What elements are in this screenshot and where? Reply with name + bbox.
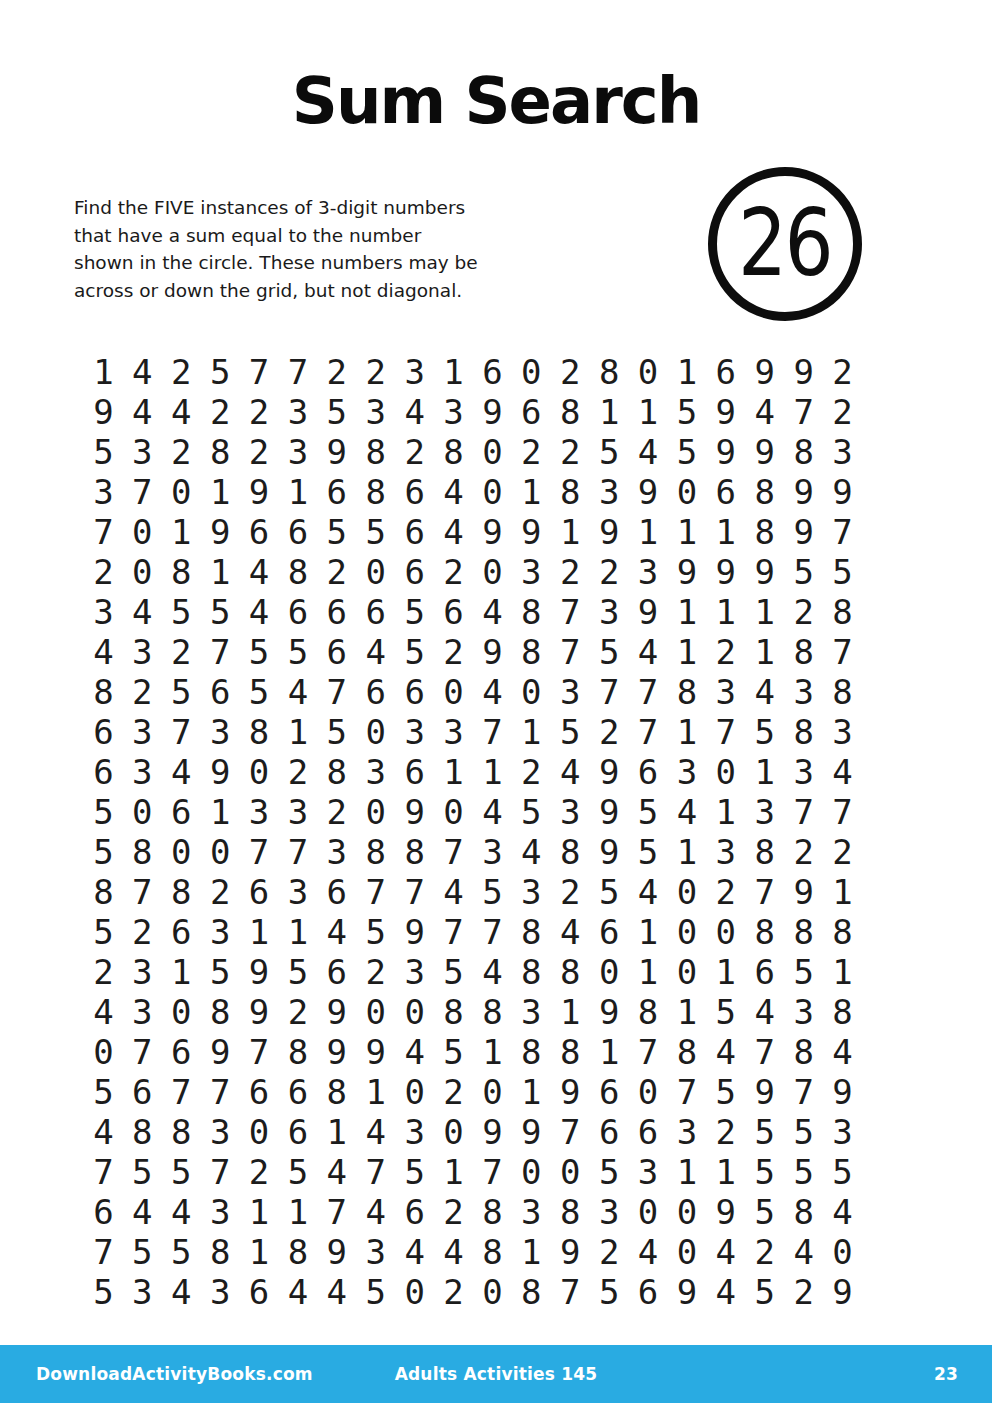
- grid-cell[interactable]: 8: [317, 752, 356, 792]
- grid-cell[interactable]: 4: [240, 552, 279, 592]
- grid-cell[interactable]: 8: [240, 712, 279, 752]
- grid-cell[interactable]: 2: [551, 872, 590, 912]
- grid-cell[interactable]: 6: [162, 792, 201, 832]
- grid-cell[interactable]: 0: [512, 1152, 551, 1192]
- grid-cell[interactable]: 1: [279, 912, 318, 952]
- grid-cell[interactable]: 5: [84, 792, 123, 832]
- grid-cell[interactable]: 5: [395, 592, 434, 632]
- grid-cell[interactable]: 3: [706, 832, 745, 872]
- grid-cell[interactable]: 9: [745, 432, 784, 472]
- grid-cell[interactable]: 0: [473, 1072, 512, 1112]
- grid-cell[interactable]: 6: [473, 352, 512, 392]
- grid-cell[interactable]: 8: [784, 432, 823, 472]
- grid-cell[interactable]: 4: [434, 512, 473, 552]
- grid-cell[interactable]: 0: [240, 752, 279, 792]
- grid-cell[interactable]: 1: [240, 912, 279, 952]
- grid-cell[interactable]: 7: [551, 592, 590, 632]
- grid-cell[interactable]: 4: [162, 392, 201, 432]
- grid-cell[interactable]: 9: [317, 1032, 356, 1072]
- grid-cell[interactable]: 0: [473, 432, 512, 472]
- grid-cell[interactable]: 4: [279, 672, 318, 712]
- grid-cell[interactable]: 4: [823, 752, 862, 792]
- grid-cell[interactable]: 0: [395, 992, 434, 1032]
- grid-cell[interactable]: 8: [84, 872, 123, 912]
- grid-cell[interactable]: 8: [745, 912, 784, 952]
- grid-cell[interactable]: 9: [240, 992, 279, 1032]
- grid-cell[interactable]: 2: [434, 1192, 473, 1232]
- grid-cell[interactable]: 9: [668, 1272, 707, 1312]
- grid-cell[interactable]: 4: [123, 1192, 162, 1232]
- grid-cell[interactable]: 9: [473, 512, 512, 552]
- grid-cell[interactable]: 0: [551, 1152, 590, 1192]
- grid-cell[interactable]: 8: [356, 472, 395, 512]
- grid-cell[interactable]: 6: [629, 1112, 668, 1152]
- grid-cell[interactable]: 7: [629, 672, 668, 712]
- grid-cell[interactable]: 1: [512, 1072, 551, 1112]
- grid-cell[interactable]: 2: [434, 632, 473, 672]
- grid-cell[interactable]: 1: [84, 352, 123, 392]
- grid-cell[interactable]: 1: [668, 592, 707, 632]
- grid-cell[interactable]: 1: [240, 1232, 279, 1272]
- grid-cell[interactable]: 0: [434, 672, 473, 712]
- grid-cell[interactable]: 8: [201, 432, 240, 472]
- grid-cell[interactable]: 9: [590, 752, 629, 792]
- grid-cell[interactable]: 6: [317, 472, 356, 512]
- grid-cell[interactable]: 8: [784, 1192, 823, 1232]
- grid-cell[interactable]: 2: [201, 872, 240, 912]
- grid-cell[interactable]: 7: [201, 1072, 240, 1112]
- grid-cell[interactable]: 5: [356, 912, 395, 952]
- grid-cell[interactable]: 5: [784, 1152, 823, 1192]
- grid-cell[interactable]: 3: [590, 592, 629, 632]
- grid-cell[interactable]: 9: [745, 352, 784, 392]
- grid-cell[interactable]: 7: [162, 1072, 201, 1112]
- grid-cell[interactable]: 3: [201, 712, 240, 752]
- grid-cell[interactable]: 5: [745, 1112, 784, 1152]
- grid-cell[interactable]: 5: [590, 632, 629, 672]
- grid-cell[interactable]: 5: [395, 632, 434, 672]
- grid-cell[interactable]: 5: [123, 1232, 162, 1272]
- grid-cell[interactable]: 8: [123, 832, 162, 872]
- grid-cell[interactable]: 4: [551, 912, 590, 952]
- grid-cell[interactable]: 0: [395, 1072, 434, 1112]
- grid-cell[interactable]: 2: [240, 432, 279, 472]
- grid-cell[interactable]: 6: [434, 592, 473, 632]
- grid-cell[interactable]: 0: [201, 832, 240, 872]
- grid-cell[interactable]: 4: [317, 912, 356, 952]
- grid-cell[interactable]: 7: [784, 792, 823, 832]
- grid-cell[interactable]: 2: [84, 952, 123, 992]
- grid-cell[interactable]: 1: [201, 792, 240, 832]
- grid-cell[interactable]: 3: [668, 1112, 707, 1152]
- grid-cell[interactable]: 9: [317, 1232, 356, 1272]
- grid-cell[interactable]: 4: [823, 1032, 862, 1072]
- grid-cell[interactable]: 4: [84, 632, 123, 672]
- grid-cell[interactable]: 7: [823, 792, 862, 832]
- grid-cell[interactable]: 7: [356, 872, 395, 912]
- grid-cell[interactable]: 0: [590, 952, 629, 992]
- grid-cell[interactable]: 8: [434, 432, 473, 472]
- grid-cell[interactable]: 6: [84, 752, 123, 792]
- grid-cell[interactable]: 4: [629, 872, 668, 912]
- grid-cell[interactable]: 2: [240, 1152, 279, 1192]
- grid-cell[interactable]: 9: [84, 392, 123, 432]
- grid-cell[interactable]: 8: [823, 992, 862, 1032]
- grid-cell[interactable]: 3: [84, 472, 123, 512]
- grid-cell[interactable]: 8: [356, 832, 395, 872]
- grid-cell[interactable]: 3: [823, 432, 862, 472]
- grid-cell[interactable]: 5: [590, 1152, 629, 1192]
- grid-cell[interactable]: 2: [745, 1232, 784, 1272]
- grid-cell[interactable]: 3: [668, 752, 707, 792]
- grid-cell[interactable]: 0: [123, 552, 162, 592]
- grid-cell[interactable]: 4: [162, 752, 201, 792]
- grid-cell[interactable]: 1: [823, 952, 862, 992]
- grid-cell[interactable]: 9: [590, 792, 629, 832]
- grid-cell[interactable]: 5: [162, 1152, 201, 1192]
- grid-cell[interactable]: 6: [123, 1072, 162, 1112]
- grid-cell[interactable]: 1: [745, 752, 784, 792]
- grid-cell[interactable]: 3: [784, 672, 823, 712]
- grid-cell[interactable]: 9: [395, 792, 434, 832]
- grid-cell[interactable]: 1: [668, 352, 707, 392]
- grid-cell[interactable]: 9: [706, 552, 745, 592]
- grid-cell[interactable]: 3: [201, 1272, 240, 1312]
- grid-cell[interactable]: 6: [395, 512, 434, 552]
- grid-cell[interactable]: 9: [590, 832, 629, 872]
- grid-cell[interactable]: 6: [279, 1112, 318, 1152]
- grid-cell[interactable]: 5: [395, 1152, 434, 1192]
- grid-cell[interactable]: 9: [512, 512, 551, 552]
- grid-cell[interactable]: 3: [123, 1272, 162, 1312]
- grid-cell[interactable]: 3: [395, 1112, 434, 1152]
- grid-cell[interactable]: 4: [395, 1032, 434, 1072]
- grid-cell[interactable]: 4: [668, 792, 707, 832]
- grid-cell[interactable]: 9: [240, 952, 279, 992]
- grid-cell[interactable]: 4: [123, 392, 162, 432]
- grid-cell[interactable]: 9: [317, 992, 356, 1032]
- grid-cell[interactable]: 2: [784, 1272, 823, 1312]
- grid-cell[interactable]: 5: [629, 792, 668, 832]
- grid-cell[interactable]: 3: [84, 592, 123, 632]
- grid-cell[interactable]: 6: [317, 632, 356, 672]
- grid-cell[interactable]: 5: [162, 592, 201, 632]
- grid-cell[interactable]: 7: [823, 632, 862, 672]
- grid-cell[interactable]: 6: [395, 672, 434, 712]
- grid-cell[interactable]: 8: [668, 672, 707, 712]
- grid-cell[interactable]: 5: [84, 1072, 123, 1112]
- grid-cell[interactable]: 1: [706, 952, 745, 992]
- grid-cell[interactable]: 2: [551, 352, 590, 392]
- grid-cell[interactable]: 3: [823, 1112, 862, 1152]
- grid-cell[interactable]: 5: [123, 1152, 162, 1192]
- grid-cell[interactable]: 2: [512, 432, 551, 472]
- grid-cell[interactable]: 2: [279, 752, 318, 792]
- grid-cell[interactable]: 2: [201, 392, 240, 432]
- grid-cell[interactable]: 4: [162, 1272, 201, 1312]
- grid-cell[interactable]: 0: [668, 872, 707, 912]
- grid-cell[interactable]: 9: [590, 992, 629, 1032]
- grid-cell[interactable]: 2: [706, 1112, 745, 1152]
- grid-cell[interactable]: 8: [512, 952, 551, 992]
- grid-cell[interactable]: 9: [201, 512, 240, 552]
- grid-cell[interactable]: 8: [551, 392, 590, 432]
- grid-cell[interactable]: 6: [240, 872, 279, 912]
- grid-cell[interactable]: 2: [240, 392, 279, 432]
- grid-cell[interactable]: 8: [784, 712, 823, 752]
- grid-cell[interactable]: 5: [279, 1152, 318, 1192]
- grid-cell[interactable]: 3: [590, 1192, 629, 1232]
- grid-cell[interactable]: 4: [356, 1192, 395, 1232]
- grid-cell[interactable]: 7: [240, 832, 279, 872]
- grid-cell[interactable]: 2: [317, 792, 356, 832]
- grid-cell[interactable]: 5: [434, 1032, 473, 1072]
- grid-cell[interactable]: 3: [201, 1192, 240, 1232]
- grid-cell[interactable]: 3: [317, 832, 356, 872]
- grid-cell[interactable]: 6: [590, 1072, 629, 1112]
- grid-cell[interactable]: 8: [745, 832, 784, 872]
- grid-cell[interactable]: 8: [201, 1232, 240, 1272]
- grid-cell[interactable]: 6: [629, 752, 668, 792]
- grid-cell[interactable]: 0: [668, 952, 707, 992]
- grid-cell[interactable]: 2: [823, 352, 862, 392]
- grid-cell[interactable]: 7: [279, 832, 318, 872]
- grid-cell[interactable]: 7: [629, 1032, 668, 1072]
- grid-cell[interactable]: 9: [706, 432, 745, 472]
- grid-cell[interactable]: 4: [706, 1272, 745, 1312]
- grid-cell[interactable]: 2: [279, 992, 318, 1032]
- grid-cell[interactable]: 8: [279, 1032, 318, 1072]
- grid-cell[interactable]: 2: [162, 432, 201, 472]
- grid-cell[interactable]: 1: [512, 472, 551, 512]
- grid-cell[interactable]: 0: [162, 992, 201, 1032]
- grid-cell[interactable]: 7: [162, 712, 201, 752]
- grid-cell[interactable]: 0: [162, 832, 201, 872]
- grid-cell[interactable]: 7: [201, 632, 240, 672]
- grid-cell[interactable]: 0: [473, 1272, 512, 1312]
- grid-cell[interactable]: 4: [745, 392, 784, 432]
- grid-cell[interactable]: 5: [590, 872, 629, 912]
- grid-cell[interactable]: 5: [823, 552, 862, 592]
- grid-cell[interactable]: 9: [784, 352, 823, 392]
- grid-cell[interactable]: 8: [279, 1232, 318, 1272]
- grid-cell[interactable]: 8: [162, 872, 201, 912]
- grid-cell[interactable]: 3: [745, 792, 784, 832]
- grid-cell[interactable]: 1: [706, 512, 745, 552]
- grid-cell[interactable]: 1: [745, 632, 784, 672]
- grid-cell[interactable]: 5: [706, 992, 745, 1032]
- grid-cell[interactable]: 8: [201, 992, 240, 1032]
- grid-cell[interactable]: 2: [823, 392, 862, 432]
- grid-cell[interactable]: 7: [84, 1152, 123, 1192]
- grid-cell[interactable]: 8: [823, 592, 862, 632]
- grid-cell[interactable]: 8: [784, 912, 823, 952]
- grid-cell[interactable]: 6: [279, 512, 318, 552]
- grid-cell[interactable]: 5: [823, 1152, 862, 1192]
- grid-cell[interactable]: 1: [512, 712, 551, 752]
- grid-cell[interactable]: 5: [240, 672, 279, 712]
- grid-cell[interactable]: 4: [551, 752, 590, 792]
- grid-cell[interactable]: 9: [629, 592, 668, 632]
- grid-cell[interactable]: 1: [201, 552, 240, 592]
- grid-cell[interactable]: 4: [317, 1152, 356, 1192]
- grid-cell[interactable]: 7: [784, 392, 823, 432]
- grid-cell[interactable]: 7: [473, 1152, 512, 1192]
- grid-cell[interactable]: 4: [240, 592, 279, 632]
- grid-cell[interactable]: 7: [823, 512, 862, 552]
- grid-cell[interactable]: 3: [123, 632, 162, 672]
- grid-cell[interactable]: 5: [551, 712, 590, 752]
- grid-cell[interactable]: 1: [629, 912, 668, 952]
- grid-cell[interactable]: 5: [745, 712, 784, 752]
- grid-cell[interactable]: 0: [473, 552, 512, 592]
- grid-cell[interactable]: 3: [395, 712, 434, 752]
- grid-cell[interactable]: 0: [162, 472, 201, 512]
- grid-cell[interactable]: 9: [473, 1112, 512, 1152]
- grid-cell[interactable]: 8: [668, 1032, 707, 1072]
- grid-cell[interactable]: 9: [745, 552, 784, 592]
- grid-cell[interactable]: 1: [434, 1152, 473, 1192]
- grid-cell[interactable]: 1: [162, 952, 201, 992]
- grid-cell[interactable]: 4: [745, 672, 784, 712]
- grid-cell[interactable]: 8: [123, 1112, 162, 1152]
- grid-cell[interactable]: 6: [317, 592, 356, 632]
- grid-cell[interactable]: 1: [629, 952, 668, 992]
- grid-cell[interactable]: 1: [512, 1232, 551, 1272]
- grid-cell[interactable]: 2: [590, 712, 629, 752]
- grid-cell[interactable]: 1: [473, 1032, 512, 1072]
- grid-cell[interactable]: 9: [512, 1112, 551, 1152]
- grid-cell[interactable]: 7: [240, 1032, 279, 1072]
- grid-cell[interactable]: 7: [473, 912, 512, 952]
- grid-cell[interactable]: 8: [823, 672, 862, 712]
- grid-cell[interactable]: 0: [706, 912, 745, 952]
- grid-cell[interactable]: 0: [123, 512, 162, 552]
- grid-cell[interactable]: 8: [551, 1192, 590, 1232]
- grid-cell[interactable]: 3: [784, 992, 823, 1032]
- grid-cell[interactable]: 7: [551, 1272, 590, 1312]
- grid-cell[interactable]: 5: [745, 1192, 784, 1232]
- grid-cell[interactable]: 3: [512, 992, 551, 1032]
- grid-cell[interactable]: 6: [240, 512, 279, 552]
- grid-cell[interactable]: 6: [279, 592, 318, 632]
- grid-cell[interactable]: 4: [356, 632, 395, 672]
- grid-cell[interactable]: 9: [240, 472, 279, 512]
- grid-cell[interactable]: 3: [590, 472, 629, 512]
- grid-cell[interactable]: 1: [668, 992, 707, 1032]
- grid-cell[interactable]: 6: [512, 392, 551, 432]
- grid-cell[interactable]: 6: [317, 952, 356, 992]
- grid-cell[interactable]: 2: [434, 552, 473, 592]
- grid-cell[interactable]: 3: [356, 1232, 395, 1272]
- grid-cell[interactable]: 2: [356, 952, 395, 992]
- grid-cell[interactable]: 6: [590, 1112, 629, 1152]
- grid-cell[interactable]: 5: [356, 1272, 395, 1312]
- grid-cell[interactable]: 5: [84, 832, 123, 872]
- grid-cell[interactable]: 3: [784, 752, 823, 792]
- grid-cell[interactable]: 5: [317, 392, 356, 432]
- grid-cell[interactable]: 5: [162, 672, 201, 712]
- grid-cell[interactable]: 2: [434, 1072, 473, 1112]
- grid-cell[interactable]: 5: [784, 952, 823, 992]
- grid-cell[interactable]: 3: [434, 712, 473, 752]
- grid-cell[interactable]: 1: [668, 832, 707, 872]
- grid-cell[interactable]: 4: [629, 1232, 668, 1272]
- grid-cell[interactable]: 5: [706, 1072, 745, 1112]
- grid-cell[interactable]: 8: [512, 1032, 551, 1072]
- grid-cell[interactable]: 3: [279, 392, 318, 432]
- grid-cell[interactable]: 6: [201, 672, 240, 712]
- grid-cell[interactable]: 5: [745, 1272, 784, 1312]
- grid-cell[interactable]: 5: [84, 1272, 123, 1312]
- grid-cell[interactable]: 0: [668, 1232, 707, 1272]
- grid-cell[interactable]: 2: [434, 1272, 473, 1312]
- grid-cell[interactable]: 7: [356, 1152, 395, 1192]
- grid-cell[interactable]: 9: [590, 512, 629, 552]
- grid-cell[interactable]: 8: [162, 1112, 201, 1152]
- grid-cell[interactable]: 3: [201, 1112, 240, 1152]
- grid-cell[interactable]: 3: [123, 752, 162, 792]
- grid-cell[interactable]: 6: [240, 1072, 279, 1112]
- grid-cell[interactable]: 6: [745, 952, 784, 992]
- grid-cell[interactable]: 5: [473, 872, 512, 912]
- grid-cell[interactable]: 9: [784, 872, 823, 912]
- grid-cell[interactable]: 9: [201, 752, 240, 792]
- grid-cell[interactable]: 5: [162, 1232, 201, 1272]
- grid-cell[interactable]: 6: [590, 912, 629, 952]
- grid-cell[interactable]: 7: [84, 512, 123, 552]
- grid-cell[interactable]: 9: [668, 552, 707, 592]
- grid-cell[interactable]: 4: [629, 632, 668, 672]
- grid-cell[interactable]: 2: [162, 352, 201, 392]
- grid-cell[interactable]: 2: [317, 352, 356, 392]
- grid-cell[interactable]: 5: [434, 952, 473, 992]
- grid-cell[interactable]: 9: [823, 472, 862, 512]
- grid-cell[interactable]: 2: [395, 432, 434, 472]
- grid-cell[interactable]: 6: [84, 1192, 123, 1232]
- grid-cell[interactable]: 9: [823, 1072, 862, 1112]
- grid-cell[interactable]: 7: [745, 872, 784, 912]
- grid-cell[interactable]: 1: [434, 752, 473, 792]
- grid-cell[interactable]: 2: [84, 552, 123, 592]
- grid-cell[interactable]: 2: [162, 632, 201, 672]
- grid-cell[interactable]: 3: [279, 872, 318, 912]
- grid-cell[interactable]: 9: [745, 1072, 784, 1112]
- grid-cell[interactable]: 8: [551, 832, 590, 872]
- grid-cell[interactable]: 4: [395, 1232, 434, 1272]
- grid-cell[interactable]: 8: [473, 1232, 512, 1272]
- grid-cell[interactable]: 4: [473, 792, 512, 832]
- grid-cell[interactable]: 1: [590, 1032, 629, 1072]
- grid-cell[interactable]: 7: [84, 1232, 123, 1272]
- grid-cell[interactable]: 5: [279, 632, 318, 672]
- grid-cell[interactable]: 6: [356, 592, 395, 632]
- grid-cell[interactable]: 8: [784, 632, 823, 672]
- grid-cell[interactable]: 4: [473, 672, 512, 712]
- grid-cell[interactable]: 0: [434, 1112, 473, 1152]
- grid-cell[interactable]: 4: [395, 392, 434, 432]
- grid-cell[interactable]: 9: [706, 1192, 745, 1232]
- grid-cell[interactable]: 8: [551, 1032, 590, 1072]
- grid-cell[interactable]: 3: [823, 712, 862, 752]
- grid-cell[interactable]: 5: [240, 632, 279, 672]
- grid-cell[interactable]: 4: [512, 832, 551, 872]
- grid-cell[interactable]: 9: [629, 472, 668, 512]
- grid-cell[interactable]: 1: [434, 352, 473, 392]
- grid-cell[interactable]: 7: [551, 1112, 590, 1152]
- grid-cell[interactable]: 0: [356, 992, 395, 1032]
- grid-cell[interactable]: 8: [590, 352, 629, 392]
